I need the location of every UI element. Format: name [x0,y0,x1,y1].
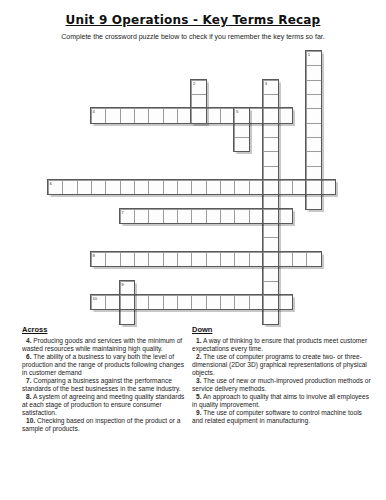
clue-down-1: 1. A way of thinking to ensure that prod… [192,337,372,353]
crossword-cell[interactable] [177,252,191,266]
crossword-cell[interactable] [148,108,162,122]
crossword-cell[interactable] [249,180,263,194]
crossword-cell[interactable] [220,180,234,194]
crossword-cell[interactable] [278,108,292,122]
crossword-cell[interactable] [234,252,248,266]
page-title: Unit 9 Operations - Key Terms Recap [0,13,386,27]
clue-across-4: 4. Producing goods and services with the… [22,337,189,353]
crossword-cell[interactable] [134,209,148,223]
crossword-cell[interactable] [306,180,320,194]
crossword-cell[interactable] [77,180,91,194]
crossword-cell[interactable] [234,180,248,194]
crossword-cell[interactable] [249,209,263,223]
crossword-cell[interactable] [306,252,320,266]
clue-down-3: 3. The use of new or much-improved produ… [192,377,372,393]
crossword-cell[interactable] [120,309,134,323]
crossword-cell[interactable] [191,80,205,94]
clue-across-7: 7. Comparing a business against the perf… [22,377,189,393]
clue-number-label: 4. [26,337,32,344]
crossword-cell[interactable] [234,209,248,223]
crossword-cell[interactable] [105,252,119,266]
down-heading: Down [192,326,372,334]
crossword-cell[interactable] [263,123,277,137]
crossword-cell[interactable] [191,252,205,266]
crossword-cell[interactable] [278,295,292,309]
crossword-cell[interactable] [321,180,335,194]
crossword-cell[interactable] [234,137,248,151]
crossword-cell[interactable] [177,295,191,309]
crossword-cell[interactable] [306,80,320,94]
crossword-cell[interactable] [105,108,119,122]
crossword-cell[interactable] [306,94,320,108]
crossword-cell[interactable] [306,51,320,65]
clue-number-label: 10. [26,417,35,424]
crossword-cell[interactable] [306,108,320,122]
clue-across-6: 6. The ability of a business to vary bot… [22,353,189,377]
crossword-cell[interactable] [292,252,306,266]
across-heading: Across [22,326,189,334]
crossword-cell[interactable] [306,166,320,180]
crossword-cell[interactable] [263,80,277,94]
page-subtitle: Complete the crossword puzzle below to c… [0,33,386,40]
crossword-cell[interactable] [206,180,220,194]
crossword-cell[interactable] [306,151,320,165]
crossword-cell[interactable] [177,108,191,122]
crossword-cell[interactable] [306,123,320,137]
crossword-cell[interactable] [278,252,292,266]
crossword-cell[interactable] [191,209,205,223]
crossword-cell[interactable] [249,295,263,309]
crossword-cell[interactable] [220,252,234,266]
crossword-cell[interactable] [148,295,162,309]
crossword-cell[interactable] [263,237,277,251]
across-clue-list: 4. Producing goods and services with the… [22,337,189,433]
crossword-cell[interactable] [191,94,205,108]
crossword-cell[interactable] [148,209,162,223]
crossword-cell[interactable] [206,108,220,122]
crossword-cell[interactable] [191,108,205,122]
crossword-cell[interactable] [234,123,248,137]
crossword-cell[interactable] [62,180,76,194]
crossword-cell[interactable] [278,209,292,223]
clue-across-10: 10. Checking based on inspection of the … [22,417,189,433]
crossword-cell[interactable] [278,180,292,194]
crossword-cell[interactable] [234,108,248,122]
crossword-cell[interactable] [91,295,105,309]
crossword-cell[interactable] [148,180,162,194]
crossword-cell[interactable] [263,94,277,108]
crossword-cell[interactable] [177,209,191,223]
clue-number-label: 1. [196,337,202,344]
crossword-cell[interactable] [263,209,277,223]
crossword-cell[interactable] [134,180,148,194]
crossword-cell[interactable] [120,180,134,194]
clue-down-9: 9. The use of computer software to contr… [192,409,372,425]
crossword-cell[interactable] [163,180,177,194]
crossword-cell[interactable] [234,295,248,309]
crossword-cell[interactable] [206,252,220,266]
crossword-cell[interactable] [263,295,277,309]
crossword-cell[interactable] [91,180,105,194]
crossword-cell[interactable] [206,295,220,309]
crossword-cell[interactable] [120,281,134,295]
crossword-cell[interactable] [263,252,277,266]
crossword-cell[interactable] [120,108,134,122]
crossword-cell[interactable] [120,252,134,266]
crossword-cell[interactable] [91,252,105,266]
crossword-cell[interactable] [148,252,162,266]
crossword-cell[interactable] [306,137,320,151]
crossword-cell[interactable] [263,151,277,165]
clue-number-label: 9. [196,409,202,416]
crossword-cell[interactable] [263,180,277,194]
clue-number-label: 5. [196,393,202,400]
crossword-cell[interactable] [263,281,277,295]
clue-number-label: 8. [26,393,32,400]
clue-down-2: 2. The use of computer programs to creat… [192,353,372,377]
clue-number-label: 6. [26,353,32,360]
crossword-cell[interactable] [306,194,320,208]
crossword-cell[interactable] [263,108,277,122]
crossword-cell[interactable] [220,209,234,223]
worksheet-page: Unit 9 Operations - Key Terms Recap Comp… [0,0,386,500]
crossword-cell[interactable] [134,252,148,266]
crossword-cell[interactable] [306,65,320,79]
crossword-cell[interactable] [206,209,220,223]
crossword-grid: 12345678910 [48,51,335,324]
clue-number-label: 3. [196,377,202,384]
crossword-cell[interactable] [105,180,119,194]
clues-across-section: Across 4. Producing goods and services w… [22,326,189,433]
crossword-cell[interactable] [263,266,277,280]
crossword-cell[interactable] [220,108,234,122]
crossword-cell[interactable] [91,108,105,122]
crossword-cell[interactable] [105,295,119,309]
crossword-cell[interactable] [191,295,205,309]
crossword-cell[interactable] [249,108,263,122]
clue-down-5: 5. An approach to quality that aims to i… [192,393,372,409]
clue-across-8: 8. A system of agreeing and meeting qual… [22,393,189,417]
crossword-cell[interactable] [163,252,177,266]
crossword-cell[interactable] [263,137,277,151]
crossword-cell[interactable] [263,309,277,323]
crossword-cell[interactable] [177,180,191,194]
crossword-cell[interactable] [163,108,177,122]
crossword-cell[interactable] [48,180,62,194]
crossword-cell[interactable] [263,166,277,180]
down-clue-list: 1. A way of thinking to ensure that prod… [192,337,372,425]
crossword-cell[interactable] [249,252,263,266]
clue-number-label: 7. [26,377,32,384]
crossword-cell[interactable] [292,180,306,194]
crossword-cell[interactable] [263,223,277,237]
clue-number-label: 2. [196,353,202,360]
crossword-cell[interactable] [134,295,148,309]
crossword-cell[interactable] [163,295,177,309]
crossword-cell[interactable] [263,194,277,208]
crossword-cell[interactable] [191,180,205,194]
clues-down-section: Down 1. A way of thinking to ensure that… [192,326,372,425]
crossword-cell[interactable] [134,108,148,122]
crossword-cell[interactable] [220,295,234,309]
crossword-cell[interactable] [120,295,134,309]
crossword-cell[interactable] [163,209,177,223]
crossword-cell[interactable] [120,209,134,223]
